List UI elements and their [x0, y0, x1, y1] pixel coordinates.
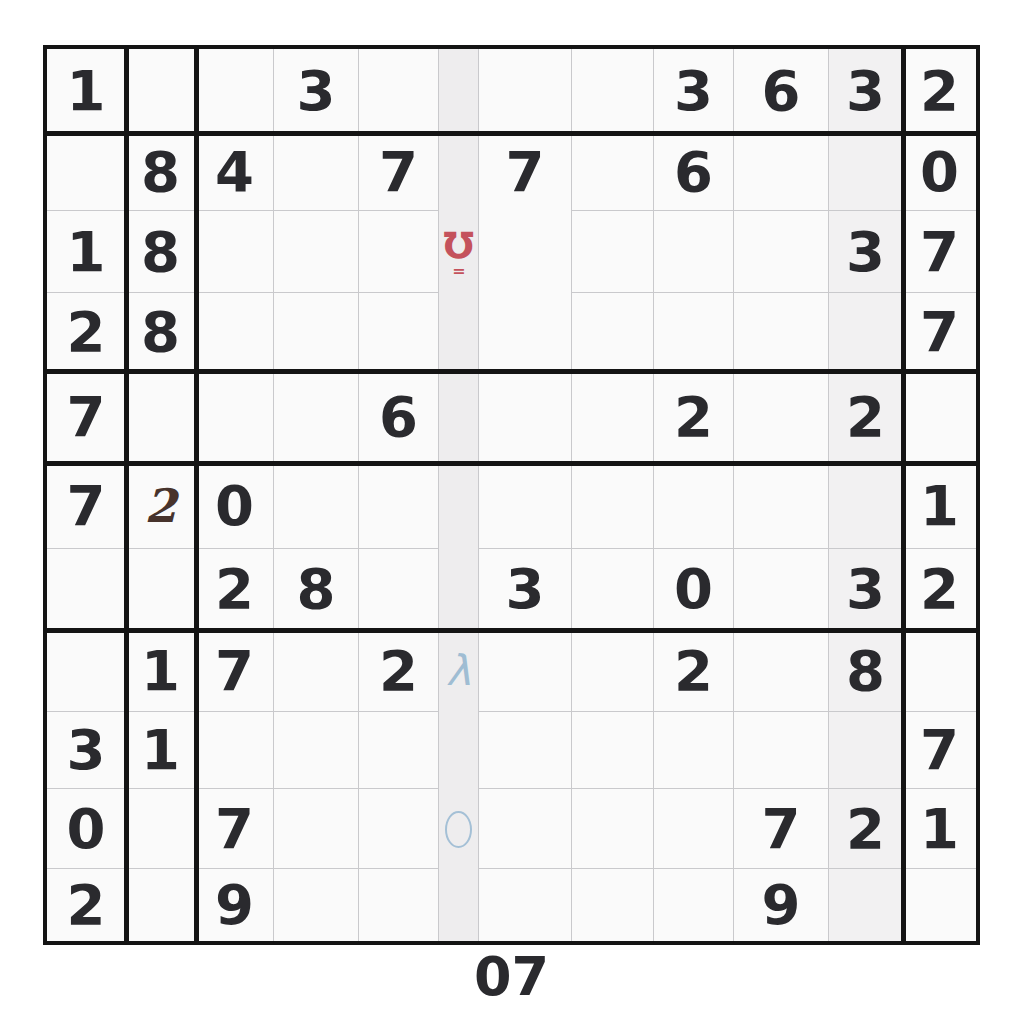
cell-r10c4[interactable] — [274, 789, 359, 869]
cell-r7c12[interactable]: 2 — [903, 549, 976, 630]
given-digit: 3 — [846, 63, 885, 119]
cell-r3c4[interactable] — [274, 211, 359, 293]
given-digit: 7 — [920, 224, 959, 280]
cell-r3c6[interactable]: ℧= — [439, 211, 479, 293]
cell-r9c9[interactable] — [654, 712, 734, 789]
cell-r6c6[interactable] — [439, 463, 479, 549]
given-digit: 7 — [762, 801, 801, 857]
cell-r11c7[interactable] — [479, 869, 572, 941]
given-digit: 2 — [215, 561, 254, 617]
cell-r4c3[interactable] — [196, 293, 274, 371]
cell-r2c9[interactable]: 6 — [654, 133, 734, 211]
cell-r1c6[interactable] — [439, 49, 479, 133]
cell-r2c1[interactable] — [47, 133, 126, 211]
thick-line-vertical-3 — [901, 49, 906, 941]
puzzle-grid: 13363284776018℧=3728776227201283032172λ2… — [43, 45, 980, 945]
cell-r4c5[interactable] — [359, 293, 439, 371]
cell-r3c9[interactable] — [654, 211, 734, 293]
cell-r9c12[interactable]: 7 — [903, 712, 976, 789]
blue-circle-mark — [445, 811, 472, 848]
cell-r3c3[interactable] — [196, 211, 274, 293]
given-digit: 3 — [67, 722, 106, 778]
cell-r6c7[interactable] — [479, 463, 572, 549]
given-digit: 1 — [67, 63, 106, 119]
cell-r3c8[interactable] — [572, 211, 654, 293]
given-digit: 0 — [215, 478, 254, 534]
cell-r5c2[interactable] — [126, 371, 196, 463]
cell-r10c5[interactable] — [359, 789, 439, 869]
given-digit: 0 — [920, 144, 959, 200]
thick-line-horizontal-2 — [47, 369, 976, 374]
cell-r11c3[interactable]: 9 — [196, 869, 274, 941]
footer-label: 07 — [43, 950, 980, 1004]
given-digit: 8 — [297, 561, 336, 617]
given-digit: 2 — [920, 561, 959, 617]
cell-r4c2[interactable]: 8 — [126, 293, 196, 371]
given-digit: 2 — [674, 389, 713, 445]
given-digit: 3 — [674, 63, 713, 119]
cell-r1c3[interactable] — [196, 49, 274, 133]
cell-r7c10[interactable] — [734, 549, 829, 630]
cell-r10c7[interactable] — [479, 789, 572, 869]
cell-r8c7[interactable] — [479, 630, 572, 712]
cell-r3c7[interactable] — [479, 211, 572, 293]
cell-r2c4[interactable] — [274, 133, 359, 211]
cell-r5c12[interactable] — [903, 371, 976, 463]
cell-r1c12[interactable]: 2 — [903, 49, 976, 133]
cell-r10c8[interactable] — [572, 789, 654, 869]
cell-r9c8[interactable] — [572, 712, 654, 789]
given-digit: 8 — [141, 224, 180, 280]
cell-r6c12[interactable]: 1 — [903, 463, 976, 549]
cell-r5c11[interactable]: 2 — [829, 371, 903, 463]
cell-r6c1[interactable]: 7 — [47, 463, 126, 549]
cell-r1c10[interactable]: 6 — [734, 49, 829, 133]
cell-r7c5[interactable] — [359, 549, 439, 630]
cell-r7c4[interactable]: 8 — [274, 549, 359, 630]
cell-r1c8[interactable] — [572, 49, 654, 133]
cell-r4c10[interactable] — [734, 293, 829, 371]
cell-r10c9[interactable] — [654, 789, 734, 869]
thick-line-horizontal-3 — [47, 461, 976, 466]
cell-r3c10[interactable] — [734, 211, 829, 293]
cell-r10c3[interactable]: 7 — [196, 789, 274, 869]
thick-line-vertical-1 — [124, 49, 129, 941]
cell-r6c2[interactable]: 2 — [126, 463, 196, 549]
cell-r11c6[interactable] — [439, 869, 479, 941]
cell-r6c3[interactable]: 0 — [196, 463, 274, 549]
given-digit: 6 — [674, 144, 713, 200]
given-digit: 2 — [67, 304, 106, 360]
cell-r6c10[interactable] — [734, 463, 829, 549]
cell-r9c4[interactable] — [274, 712, 359, 789]
given-digit: 7 — [379, 144, 418, 200]
cell-r10c12[interactable]: 1 — [903, 789, 976, 869]
cell-r1c1[interactable]: 1 — [47, 49, 126, 133]
cell-r9c6[interactable] — [439, 712, 479, 789]
cell-r6c4[interactable] — [274, 463, 359, 549]
cell-r8c8[interactable] — [572, 630, 654, 712]
cell-r8c12[interactable] — [903, 630, 976, 712]
given-digit: 8 — [846, 643, 885, 699]
cell-r1c5[interactable] — [359, 49, 439, 133]
blue-slash-mark: λ — [446, 650, 471, 692]
cell-r7c6[interactable] — [439, 549, 479, 630]
cell-r11c9[interactable] — [654, 869, 734, 941]
thick-line-horizontal-1 — [47, 131, 976, 136]
cell-r10c2[interactable] — [126, 789, 196, 869]
cell-r2c12[interactable]: 0 — [903, 133, 976, 211]
cell-r3c1[interactable]: 1 — [47, 211, 126, 293]
cell-r8c3[interactable]: 7 — [196, 630, 274, 712]
cell-r4c7[interactable] — [479, 293, 572, 371]
given-digit: 7 — [215, 643, 254, 699]
cell-r7c7[interactable]: 3 — [479, 549, 572, 630]
cell-r1c9[interactable]: 3 — [654, 49, 734, 133]
cell-r2c10[interactable] — [734, 133, 829, 211]
cell-r5c9[interactable]: 2 — [654, 371, 734, 463]
given-digit: 1 — [141, 722, 180, 778]
given-digit: 7 — [920, 304, 959, 360]
given-digit: 0 — [67, 801, 106, 857]
cell-r6c8[interactable] — [572, 463, 654, 549]
cell-r8c1[interactable] — [47, 630, 126, 712]
cell-r7c1[interactable] — [47, 549, 126, 630]
cell-r7c11[interactable]: 3 — [829, 549, 903, 630]
cell-r11c4[interactable] — [274, 869, 359, 941]
cell-r10c10[interactable]: 7 — [734, 789, 829, 869]
given-digit: 9 — [762, 877, 801, 933]
given-digit: 1 — [920, 478, 959, 534]
cell-r1c7[interactable] — [479, 49, 572, 133]
thick-line-vertical-2 — [194, 49, 199, 941]
cell-r6c11[interactable] — [829, 463, 903, 549]
cell-r2c7[interactable]: 7 — [479, 133, 572, 211]
cell-r2c5[interactable]: 7 — [359, 133, 439, 211]
cell-r10c11[interactable]: 2 — [829, 789, 903, 869]
cell-r8c6[interactable]: λ — [439, 630, 479, 712]
cell-r1c2[interactable] — [126, 49, 196, 133]
cell-r4c1[interactable]: 2 — [47, 293, 126, 371]
cell-r8c11[interactable]: 8 — [829, 630, 903, 712]
given-digit: 2 — [920, 63, 959, 119]
cell-r1c4[interactable]: 3 — [274, 49, 359, 133]
cell-r11c5[interactable] — [359, 869, 439, 941]
cell-r4c4[interactable] — [274, 293, 359, 371]
cell-r9c7[interactable] — [479, 712, 572, 789]
red-horseshoe-mark: ℧= — [443, 228, 474, 276]
cell-r4c12[interactable]: 7 — [903, 293, 976, 371]
cell-r8c2[interactable]: 1 — [126, 630, 196, 712]
cell-r7c9[interactable]: 0 — [654, 549, 734, 630]
given-digit: 2 — [67, 877, 106, 933]
cell-r5c7[interactable] — [479, 371, 572, 463]
given-digit: 1 — [141, 643, 180, 699]
given-digit: 8 — [141, 304, 180, 360]
given-digit: 6 — [379, 389, 418, 445]
cell-r8c9[interactable]: 2 — [654, 630, 734, 712]
given-digit: 2 — [846, 389, 885, 445]
cell-r8c4[interactable] — [274, 630, 359, 712]
cell-r9c1[interactable]: 3 — [47, 712, 126, 789]
given-digit: 7 — [67, 389, 106, 445]
given-digit: 3 — [506, 561, 545, 617]
cell-r11c1[interactable]: 2 — [47, 869, 126, 941]
cell-r10c1[interactable]: 0 — [47, 789, 126, 869]
cell-r4c9[interactable] — [654, 293, 734, 371]
cell-r5c5[interactable]: 6 — [359, 371, 439, 463]
given-digit: 6 — [762, 63, 801, 119]
cell-r7c3[interactable]: 2 — [196, 549, 274, 630]
cell-r2c11[interactable] — [829, 133, 903, 211]
cell-r7c8[interactable] — [572, 549, 654, 630]
given-digit: 0 — [674, 561, 713, 617]
cell-r1c11[interactable]: 3 — [829, 49, 903, 133]
cell-r9c10[interactable] — [734, 712, 829, 789]
cell-r4c11[interactable] — [829, 293, 903, 371]
given-digit: 9 — [215, 877, 254, 933]
cell-r2c2[interactable]: 8 — [126, 133, 196, 211]
given-digit: 3 — [846, 561, 885, 617]
cell-r6c9[interactable] — [654, 463, 734, 549]
cell-r5c8[interactable] — [572, 371, 654, 463]
given-digit: 2 — [379, 643, 418, 699]
cell-r5c4[interactable] — [274, 371, 359, 463]
given-digit: 3 — [297, 63, 336, 119]
cell-r9c3[interactable] — [196, 712, 274, 789]
cell-r2c3[interactable]: 4 — [196, 133, 274, 211]
cell-r6c5[interactable] — [359, 463, 439, 549]
cell-r5c10[interactable] — [734, 371, 829, 463]
cell-r10c6[interactable] — [439, 789, 479, 869]
given-digit: 4 — [215, 144, 254, 200]
cell-r11c11[interactable] — [829, 869, 903, 941]
cell-r9c2[interactable]: 1 — [126, 712, 196, 789]
cell-r11c2[interactable] — [126, 869, 196, 941]
cell-r8c5[interactable]: 2 — [359, 630, 439, 712]
cell-r5c6[interactable] — [439, 371, 479, 463]
cell-r11c8[interactable] — [572, 869, 654, 941]
cell-r5c3[interactable] — [196, 371, 274, 463]
thick-line-horizontal-4 — [47, 628, 976, 633]
cell-r5c1[interactable]: 7 — [47, 371, 126, 463]
cell-r3c5[interactable] — [359, 211, 439, 293]
given-digit: 7 — [506, 144, 545, 200]
cell-r2c6[interactable] — [439, 133, 479, 211]
cell-r9c5[interactable] — [359, 712, 439, 789]
cell-r2c8[interactable] — [572, 133, 654, 211]
cell-r4c8[interactable] — [572, 293, 654, 371]
given-digit: 7 — [67, 478, 106, 534]
cell-r3c12[interactable]: 7 — [903, 211, 976, 293]
cell-r4c6[interactable] — [439, 293, 479, 371]
cell-r11c12[interactable] — [903, 869, 976, 941]
cell-r11c10[interactable]: 9 — [734, 869, 829, 941]
cell-r7c2[interactable] — [126, 549, 196, 630]
cell-r9c11[interactable] — [829, 712, 903, 789]
given-digit: 7 — [215, 801, 254, 857]
given-digit: 2 — [674, 643, 713, 699]
given-digit: 1 — [67, 224, 106, 280]
cell-r8c10[interactable] — [734, 630, 829, 712]
given-digit: 2 — [846, 801, 885, 857]
given-digit: 3 — [846, 224, 885, 280]
cell-r3c2[interactable]: 8 — [126, 211, 196, 293]
given-digit: 1 — [920, 801, 959, 857]
handwritten-digit: 2 — [144, 483, 176, 529]
given-digit: 7 — [920, 722, 959, 778]
given-digit: 8 — [141, 144, 180, 200]
cell-r3c11[interactable]: 3 — [829, 211, 903, 293]
